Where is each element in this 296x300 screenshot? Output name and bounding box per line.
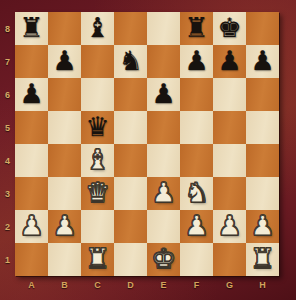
square-d5[interactable] [114,111,147,144]
square-a7[interactable] [15,45,48,78]
rank-label-6: 6 [0,78,15,111]
file-labels: ABCDEFGH [15,277,279,293]
square-b6[interactable] [48,78,81,111]
square-d3[interactable] [114,177,147,210]
piece-white-rook: ♜ [250,242,274,275]
rank-label-3: 3 [0,177,15,210]
square-c6[interactable] [81,78,114,111]
piece-white-pawn: ♟ [184,209,208,242]
file-label-h: H [246,277,279,293]
piece-black-pawn: ♟ [217,44,241,77]
square-e3[interactable]: ♟ [147,177,180,210]
piece-black-rook: ♜ [184,11,208,44]
piece-black-pawn: ♟ [250,44,274,77]
square-h1[interactable]: ♜ [246,243,279,276]
file-label-e: E [147,277,180,293]
square-f4[interactable] [180,144,213,177]
square-f7[interactable]: ♟ [180,45,213,78]
square-a8[interactable]: ♜ [15,12,48,45]
rank-label-2: 2 [0,210,15,243]
square-c2[interactable] [81,210,114,243]
square-a6[interactable]: ♟ [15,78,48,111]
file-label-f: F [180,277,213,293]
rank-label-7: 7 [0,45,15,78]
square-g5[interactable] [213,111,246,144]
square-a1[interactable] [15,243,48,276]
square-g3[interactable] [213,177,246,210]
square-c8[interactable]: ♝ [81,12,114,45]
piece-black-queen: ♛ [85,110,109,143]
square-f3[interactable]: ♞ [180,177,213,210]
square-c4[interactable]: ♝ [81,144,114,177]
square-a2[interactable]: ♟ [15,210,48,243]
square-d2[interactable] [114,210,147,243]
square-f8[interactable]: ♜ [180,12,213,45]
piece-black-pawn: ♟ [19,77,43,110]
square-f6[interactable] [180,78,213,111]
square-g8[interactable]: ♚ [213,12,246,45]
file-label-d: D [114,277,147,293]
file-label-a: A [15,277,48,293]
square-g2[interactable]: ♟ [213,210,246,243]
square-d4[interactable] [114,144,147,177]
square-d6[interactable] [114,78,147,111]
square-b4[interactable] [48,144,81,177]
square-b5[interactable] [48,111,81,144]
board-frame: 87654321 ♜♝♜♚♟♞♟♟♟♟♟♛♝♛♟♞♟♟♟♟♟♜♚♜ ABCDEF… [0,0,296,300]
rank-label-5: 5 [0,111,15,144]
file-label-b: B [48,277,81,293]
piece-white-bishop: ♝ [85,143,109,176]
piece-black-king: ♚ [217,11,241,44]
piece-white-pawn: ♟ [151,176,175,209]
square-h4[interactable] [246,144,279,177]
square-h7[interactable]: ♟ [246,45,279,78]
square-d8[interactable] [114,12,147,45]
square-d1[interactable] [114,243,147,276]
square-g4[interactable] [213,144,246,177]
square-f1[interactable] [180,243,213,276]
square-b3[interactable] [48,177,81,210]
piece-black-knight: ♞ [118,44,142,77]
square-b2[interactable]: ♟ [48,210,81,243]
piece-white-rook: ♜ [85,242,109,275]
square-h3[interactable] [246,177,279,210]
file-label-g: G [213,277,246,293]
square-f5[interactable] [180,111,213,144]
square-a3[interactable] [15,177,48,210]
square-b1[interactable] [48,243,81,276]
piece-black-rook: ♜ [19,11,43,44]
piece-black-pawn: ♟ [151,77,175,110]
square-b8[interactable] [48,12,81,45]
piece-black-pawn: ♟ [52,44,76,77]
square-e4[interactable] [147,144,180,177]
square-h5[interactable] [246,111,279,144]
piece-white-pawn: ♟ [250,209,274,242]
piece-black-pawn: ♟ [184,44,208,77]
square-c5[interactable]: ♛ [81,111,114,144]
square-f2[interactable]: ♟ [180,210,213,243]
square-g6[interactable] [213,78,246,111]
square-h6[interactable] [246,78,279,111]
square-d7[interactable]: ♞ [114,45,147,78]
piece-black-bishop: ♝ [85,11,109,44]
square-e6[interactable]: ♟ [147,78,180,111]
square-e5[interactable] [147,111,180,144]
chess-board: ♜♝♜♚♟♞♟♟♟♟♟♛♝♛♟♞♟♟♟♟♟♜♚♜ [15,12,279,276]
piece-white-king: ♚ [151,242,175,275]
square-g1[interactable] [213,243,246,276]
square-c7[interactable] [81,45,114,78]
square-h8[interactable] [246,12,279,45]
square-e1[interactable]: ♚ [147,243,180,276]
square-e2[interactable] [147,210,180,243]
piece-white-queen: ♛ [85,176,109,209]
square-b7[interactable]: ♟ [48,45,81,78]
file-label-c: C [81,277,114,293]
piece-white-knight: ♞ [184,176,208,209]
square-a4[interactable] [15,144,48,177]
piece-white-pawn: ♟ [52,209,76,242]
square-c1[interactable]: ♜ [81,243,114,276]
piece-white-pawn: ♟ [19,209,43,242]
square-c3[interactable]: ♛ [81,177,114,210]
square-e7[interactable] [147,45,180,78]
piece-white-pawn: ♟ [217,209,241,242]
square-e8[interactable] [147,12,180,45]
square-a5[interactable] [15,111,48,144]
rank-labels: 87654321 [0,12,15,276]
rank-label-1: 1 [0,243,15,276]
rank-label-8: 8 [0,12,15,45]
square-g7[interactable]: ♟ [213,45,246,78]
square-h2[interactable]: ♟ [246,210,279,243]
rank-label-4: 4 [0,144,15,177]
